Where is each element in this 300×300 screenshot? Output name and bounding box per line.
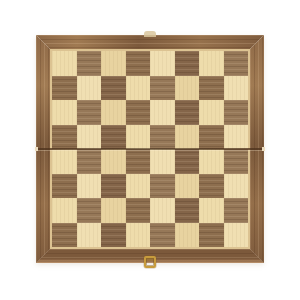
square-b5 [77,125,102,150]
square-e5 [150,125,175,150]
square-c7 [101,76,126,101]
square-a6 [52,100,77,125]
square-g1 [199,223,224,248]
square-h5 [224,125,249,150]
square-c1 [101,223,126,248]
square-c6 [101,100,126,125]
fold-hinge-notch-left [35,147,38,151]
square-b1 [77,223,102,248]
square-d3 [126,174,151,199]
square-e8 [150,51,175,76]
square-h8 [224,51,249,76]
fold-seam [36,148,264,150]
square-d4 [126,149,151,174]
square-a4 [52,149,77,174]
square-h3 [224,174,249,199]
square-f8 [175,51,200,76]
square-f7 [175,76,200,101]
square-d1 [126,223,151,248]
square-g8 [199,51,224,76]
square-b6 [77,100,102,125]
square-c3 [101,174,126,199]
square-b2 [77,198,102,223]
square-h1 [224,223,249,248]
brass-clasp [144,256,156,268]
square-g5 [199,125,224,150]
square-b3 [77,174,102,199]
square-a7 [52,76,77,101]
square-f5 [175,125,200,150]
square-d8 [126,51,151,76]
square-c2 [101,198,126,223]
square-f4 [175,149,200,174]
square-a8 [52,51,77,76]
square-g4 [199,149,224,174]
square-b8 [77,51,102,76]
square-a3 [52,174,77,199]
product-photo [0,0,300,300]
square-g6 [199,100,224,125]
square-a2 [52,198,77,223]
chess-board [36,35,264,263]
square-a5 [52,125,77,150]
square-e2 [150,198,175,223]
square-d6 [126,100,151,125]
square-h7 [224,76,249,101]
top-hinge [144,31,156,37]
square-b7 [77,76,102,101]
fold-hinge-notch-right [262,147,265,151]
square-e3 [150,174,175,199]
square-c8 [101,51,126,76]
square-d5 [126,125,151,150]
square-d7 [126,76,151,101]
square-e1 [150,223,175,248]
square-g2 [199,198,224,223]
square-e6 [150,100,175,125]
square-h6 [224,100,249,125]
square-f6 [175,100,200,125]
square-f2 [175,198,200,223]
square-a1 [52,223,77,248]
square-h4 [224,149,249,174]
square-g3 [199,174,224,199]
square-e4 [150,149,175,174]
square-d2 [126,198,151,223]
square-c5 [101,125,126,150]
square-b4 [77,149,102,174]
square-g7 [199,76,224,101]
square-e7 [150,76,175,101]
board-frame-top [36,35,264,49]
square-c4 [101,149,126,174]
square-f3 [175,174,200,199]
square-f1 [175,223,200,248]
square-h2 [224,198,249,223]
